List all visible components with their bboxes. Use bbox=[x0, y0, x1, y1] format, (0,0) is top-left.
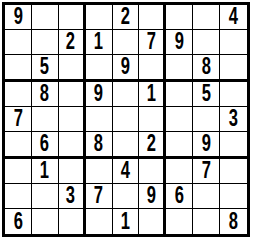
cell-r8c9[interactable] bbox=[220, 184, 247, 209]
given-digit: 2 bbox=[147, 132, 156, 156]
cell-r8c8[interactable] bbox=[193, 184, 220, 209]
cell-r4c8[interactable]: 5 bbox=[193, 82, 220, 107]
cell-r1c5[interactable]: 2 bbox=[113, 5, 140, 30]
cell-r2c1[interactable] bbox=[5, 30, 32, 55]
given-digit: 1 bbox=[147, 82, 156, 106]
cell-r7c9[interactable] bbox=[220, 159, 247, 184]
cell-r7c3[interactable] bbox=[59, 159, 86, 184]
cell-r1c1[interactable]: 9 bbox=[5, 5, 32, 30]
cell-r9c4[interactable] bbox=[86, 209, 113, 234]
cell-r5c1[interactable]: 7 bbox=[5, 107, 32, 132]
cell-r2c2[interactable] bbox=[32, 30, 59, 55]
given-digit: 8 bbox=[40, 82, 49, 106]
cell-r3c9[interactable] bbox=[220, 55, 247, 82]
cell-r6c4[interactable]: 8 bbox=[86, 132, 113, 159]
cell-r1c4[interactable] bbox=[86, 5, 113, 30]
given-digit: 9 bbox=[94, 82, 103, 106]
cell-r3c8[interactable]: 8 bbox=[193, 55, 220, 82]
cell-r9c8[interactable] bbox=[193, 209, 220, 234]
cell-r8c2[interactable] bbox=[32, 184, 59, 209]
given-digit: 7 bbox=[147, 30, 156, 54]
cell-r9c5[interactable]: 1 bbox=[113, 209, 140, 234]
cell-r2c4[interactable]: 1 bbox=[86, 30, 113, 55]
cell-r2c8[interactable] bbox=[193, 30, 220, 55]
cell-r8c5[interactable] bbox=[113, 184, 140, 209]
given-digit: 6 bbox=[175, 184, 184, 208]
sudoku-page: 924217959889157368291473796618 bbox=[0, 0, 253, 239]
given-digit: 9 bbox=[13, 5, 22, 29]
cell-r4c7[interactable] bbox=[166, 82, 193, 107]
cell-r1c9[interactable]: 4 bbox=[220, 5, 247, 30]
cell-r7c1[interactable] bbox=[5, 159, 32, 184]
cell-r7c7[interactable] bbox=[166, 159, 193, 184]
cell-r1c6[interactable] bbox=[139, 5, 166, 30]
cell-r2c7[interactable]: 9 bbox=[166, 30, 193, 55]
given-digit: 5 bbox=[40, 55, 49, 79]
cell-r1c7[interactable] bbox=[166, 5, 193, 30]
cell-r4c6[interactable]: 1 bbox=[139, 82, 166, 107]
cell-r6c5[interactable] bbox=[113, 132, 140, 159]
cell-r7c2[interactable]: 1 bbox=[32, 159, 59, 184]
cell-r6c7[interactable] bbox=[166, 132, 193, 159]
cell-r2c3[interactable]: 2 bbox=[59, 30, 86, 55]
cell-r1c2[interactable] bbox=[32, 5, 59, 30]
cell-r5c3[interactable] bbox=[59, 107, 86, 132]
cell-r9c3[interactable] bbox=[59, 209, 86, 234]
given-digit: 4 bbox=[121, 159, 130, 183]
given-digit: 8 bbox=[202, 55, 211, 79]
cell-r9c1[interactable]: 6 bbox=[5, 209, 32, 234]
cell-r8c7[interactable]: 6 bbox=[166, 184, 193, 209]
given-digit: 9 bbox=[121, 55, 130, 79]
cell-r7c6[interactable] bbox=[139, 159, 166, 184]
cell-r8c4[interactable]: 7 bbox=[86, 184, 113, 209]
cell-r5c7[interactable] bbox=[166, 107, 193, 132]
given-digit: 1 bbox=[121, 210, 130, 234]
cell-r6c6[interactable]: 2 bbox=[139, 132, 166, 159]
cell-r5c8[interactable] bbox=[193, 107, 220, 132]
cell-r2c6[interactable]: 7 bbox=[139, 30, 166, 55]
cell-r4c3[interactable] bbox=[59, 82, 86, 107]
cell-r7c5[interactable]: 4 bbox=[113, 159, 140, 184]
cell-r5c2[interactable] bbox=[32, 107, 59, 132]
cell-r9c7[interactable] bbox=[166, 209, 193, 234]
cell-r6c8[interactable]: 9 bbox=[193, 132, 220, 159]
cell-r3c5[interactable]: 9 bbox=[113, 55, 140, 82]
cell-r5c6[interactable] bbox=[139, 107, 166, 132]
given-digit: 9 bbox=[175, 30, 184, 54]
cell-r6c9[interactable] bbox=[220, 132, 247, 159]
given-digit: 1 bbox=[40, 159, 49, 183]
cell-r5c4[interactable] bbox=[86, 107, 113, 132]
given-digit: 9 bbox=[202, 132, 211, 156]
cell-r4c5[interactable] bbox=[113, 82, 140, 107]
given-digit: 7 bbox=[13, 107, 22, 131]
cell-r9c2[interactable] bbox=[32, 209, 59, 234]
given-digit: 9 bbox=[147, 184, 156, 208]
cell-r5c9[interactable]: 3 bbox=[220, 107, 247, 132]
given-digit: 2 bbox=[121, 5, 130, 29]
given-digit: 7 bbox=[202, 159, 211, 183]
cell-r3c4[interactable] bbox=[86, 55, 113, 82]
cell-r3c2[interactable]: 5 bbox=[32, 55, 59, 82]
cell-r7c8[interactable]: 7 bbox=[193, 159, 220, 184]
cell-r4c4[interactable]: 9 bbox=[86, 82, 113, 107]
cell-r4c1[interactable] bbox=[5, 82, 32, 107]
cell-r3c3[interactable] bbox=[59, 55, 86, 82]
cell-r8c6[interactable]: 9 bbox=[139, 184, 166, 209]
cell-r8c3[interactable]: 3 bbox=[59, 184, 86, 209]
cell-r9c9[interactable]: 8 bbox=[220, 209, 247, 234]
cell-r5c5[interactable] bbox=[113, 107, 140, 132]
given-digit: 8 bbox=[94, 132, 103, 156]
given-digit: 3 bbox=[229, 107, 238, 131]
cell-r3c1[interactable] bbox=[5, 55, 32, 82]
cell-r3c6[interactable] bbox=[139, 55, 166, 82]
cell-r2c5[interactable] bbox=[113, 30, 140, 55]
cell-r7c4[interactable] bbox=[86, 159, 113, 184]
given-digit: 4 bbox=[229, 5, 238, 29]
cell-r6c1[interactable] bbox=[5, 132, 32, 159]
cell-r6c2[interactable]: 6 bbox=[32, 132, 59, 159]
given-digit: 3 bbox=[66, 184, 75, 208]
cell-r6c3[interactable] bbox=[59, 132, 86, 159]
cell-r8c1[interactable] bbox=[5, 184, 32, 209]
cell-r2c9[interactable] bbox=[220, 30, 247, 55]
cell-r3c7[interactable] bbox=[166, 55, 193, 82]
given-digit: 2 bbox=[66, 30, 75, 54]
given-digit: 6 bbox=[13, 210, 22, 234]
cell-r1c8[interactable] bbox=[193, 5, 220, 30]
given-digit: 6 bbox=[40, 132, 49, 156]
given-digit: 8 bbox=[229, 210, 238, 234]
cell-r4c2[interactable]: 8 bbox=[32, 82, 59, 107]
sudoku-board: 924217959889157368291473796618 bbox=[2, 2, 250, 237]
cell-r9c6[interactable] bbox=[139, 209, 166, 234]
given-digit: 1 bbox=[94, 30, 103, 54]
given-digit: 5 bbox=[202, 82, 211, 106]
cell-r1c3[interactable] bbox=[59, 5, 86, 30]
given-digit: 7 bbox=[94, 184, 103, 208]
cell-r4c9[interactable] bbox=[220, 82, 247, 107]
